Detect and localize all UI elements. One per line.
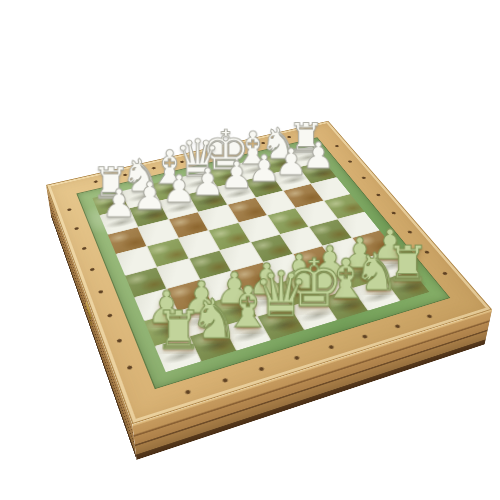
product-photo: ♜♞♝♛♚♝♞♜♟♟♟♟♟♟♟♟♟♟♟♟♟♟♟♟♜♞♝♛♚♝♞♜ [0,0,500,500]
chess-case: ♜♞♝♛♚♝♞♜♟♟♟♟♟♟♟♟♟♟♟♟♟♟♟♟♜♞♝♛♚♝♞♜ [46,121,492,424]
